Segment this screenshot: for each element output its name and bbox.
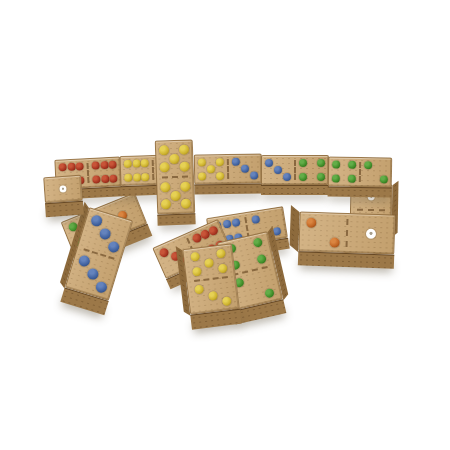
orange-pip <box>330 237 340 247</box>
chain-4-blue3-green4[interactable] <box>261 155 329 185</box>
yellow-pip <box>124 160 132 168</box>
blue-pip <box>94 280 108 294</box>
yellow-pip <box>190 251 200 261</box>
domino-face <box>298 211 395 254</box>
white-pip <box>59 185 66 192</box>
blue-pip <box>222 219 231 228</box>
yellow-pip <box>160 182 170 192</box>
yellow-pip <box>133 173 141 181</box>
domino-half <box>299 212 346 252</box>
yellow-pip <box>216 172 224 180</box>
yellow-pip <box>170 190 180 200</box>
red-pip <box>108 161 116 169</box>
red-pip <box>75 162 83 170</box>
yellow-pip <box>124 174 132 182</box>
green-pip <box>380 175 388 183</box>
chain-5-green-4-2[interactable] <box>328 156 393 187</box>
domino-face <box>194 153 263 184</box>
red-pip <box>158 247 170 259</box>
blue-pip <box>232 218 241 227</box>
yellow-pip <box>215 158 223 166</box>
blue-pip <box>98 227 112 241</box>
tile-side-front <box>328 186 392 197</box>
white-pip <box>366 229 376 239</box>
yellow-pip <box>140 159 148 167</box>
domino-half <box>229 154 261 183</box>
yellow-pip <box>218 264 228 274</box>
yellow-pip <box>169 153 179 163</box>
red-pip <box>101 175 109 183</box>
domino-half <box>329 157 359 186</box>
green-pip <box>317 173 325 181</box>
green-pip <box>317 159 325 167</box>
green-pip <box>332 161 340 169</box>
green-pip <box>264 288 275 299</box>
domino-face <box>43 175 83 204</box>
red-pip <box>67 163 75 171</box>
yellow-pip <box>180 199 190 209</box>
chain-3-yellow5-blue3[interactable] <box>194 153 263 184</box>
yellow-pip <box>207 165 215 173</box>
blue-pip <box>265 159 273 167</box>
yellow-pip <box>141 173 149 181</box>
dominoes-scene <box>0 0 450 450</box>
green-pip <box>348 175 356 183</box>
orange-pip <box>306 217 316 227</box>
domino-half <box>262 156 294 184</box>
blue-pip <box>251 215 260 224</box>
domino-half <box>121 156 153 185</box>
yellow-pip <box>216 248 226 258</box>
domino-half <box>361 158 391 187</box>
green-pip <box>252 237 263 248</box>
tile-side-front <box>194 183 262 194</box>
blue-pip <box>107 240 121 254</box>
yellow-pip <box>192 267 202 277</box>
blue-pip <box>241 165 249 173</box>
yellow-pip <box>179 144 189 154</box>
domino-half <box>347 214 394 254</box>
yellow-pip <box>222 296 232 306</box>
domino-half <box>44 176 82 202</box>
blue-pip <box>86 267 100 281</box>
green-pip <box>299 159 307 167</box>
domino-face <box>155 139 196 214</box>
green-pip <box>348 161 356 169</box>
green-pip <box>299 173 307 181</box>
domino-half <box>88 157 120 187</box>
green-pip <box>364 161 372 169</box>
tile-side-left <box>290 205 300 252</box>
yellow-pip <box>204 258 214 268</box>
chain-spinner-yellow-5-5[interactable] <box>155 139 196 214</box>
yellow-pip <box>160 162 170 172</box>
domino-half <box>296 156 328 184</box>
green-pip <box>332 175 340 183</box>
red-pip <box>109 174 117 182</box>
tile-side-front <box>45 201 84 218</box>
red-pip <box>92 175 100 183</box>
green-pip <box>256 254 267 265</box>
blue-pip <box>232 158 240 166</box>
domino-half <box>156 140 193 176</box>
yellow-pip <box>161 199 171 209</box>
blue-pip <box>78 254 92 268</box>
blue-pip <box>283 173 291 181</box>
yellow-pip <box>198 158 206 166</box>
domino-face <box>328 156 393 187</box>
yellow-pip <box>180 181 190 191</box>
chain-end-cap[interactable] <box>43 175 83 204</box>
domino-half <box>195 155 227 184</box>
yellow-pip <box>132 159 140 167</box>
blue-pip <box>90 214 104 228</box>
domino-half <box>187 277 238 314</box>
yellow-pip <box>194 284 204 294</box>
domino-half <box>157 177 194 213</box>
tile-side-front <box>298 251 394 268</box>
loose-mid-yellow-5-3[interactable] <box>182 243 240 315</box>
yellow-pip <box>208 290 218 300</box>
chain-tail-orange2-white1[interactable] <box>298 211 395 254</box>
red-pip <box>92 161 100 169</box>
tile-side-front <box>157 213 195 225</box>
blue-pip <box>250 171 258 179</box>
yellow-pip <box>179 162 189 172</box>
red-pip <box>100 161 108 169</box>
tile-side-front <box>261 185 329 195</box>
yellow-pip <box>198 172 206 180</box>
red-pip <box>59 163 67 171</box>
domino-face <box>182 243 240 315</box>
yellow-pip <box>159 145 169 155</box>
domino-face <box>261 155 329 185</box>
blue-pip <box>274 166 282 174</box>
